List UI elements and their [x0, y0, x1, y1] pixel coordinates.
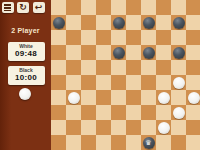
black-man[interactable]	[113, 17, 125, 29]
square-j5	[186, 75, 200, 90]
square-f3	[126, 105, 141, 120]
square-f10[interactable]	[126, 0, 141, 15]
square-a5[interactable]	[51, 75, 66, 90]
black-man[interactable]	[53, 17, 65, 29]
square-j6[interactable]	[186, 60, 200, 75]
square-j2[interactable]	[186, 120, 200, 135]
square-d8[interactable]	[96, 30, 111, 45]
crown-icon: ♛	[143, 138, 155, 148]
square-c1[interactable]	[81, 135, 96, 150]
square-c8	[81, 30, 96, 45]
white-man[interactable]	[188, 92, 200, 104]
turn-indicator-white-piece	[19, 88, 31, 100]
square-d3	[96, 105, 111, 120]
square-h6[interactable]	[156, 60, 171, 75]
square-c4	[81, 90, 96, 105]
square-c10	[81, 0, 96, 15]
square-i3[interactable]	[171, 105, 186, 120]
square-e8	[111, 30, 126, 45]
square-h9	[156, 15, 171, 30]
square-b6[interactable]	[66, 60, 81, 75]
square-e3[interactable]	[111, 105, 126, 120]
square-a6	[51, 60, 66, 75]
square-i5[interactable]	[171, 75, 186, 90]
square-j3	[186, 105, 200, 120]
square-h2[interactable]	[156, 120, 171, 135]
square-b4[interactable]	[66, 90, 81, 105]
square-i10	[171, 0, 186, 15]
square-e10	[111, 0, 126, 15]
restart-button[interactable]: ↻	[17, 2, 29, 14]
square-j7	[186, 45, 200, 60]
square-g2	[141, 120, 156, 135]
square-b10[interactable]	[66, 0, 81, 15]
square-g4	[141, 90, 156, 105]
game-mode-label: 2 Player	[0, 27, 51, 34]
square-d10[interactable]	[96, 0, 111, 15]
square-b3	[66, 105, 81, 120]
black-clock: Black 10:00	[8, 66, 45, 85]
square-g5[interactable]	[141, 75, 156, 90]
black-man[interactable]	[143, 17, 155, 29]
square-b9	[66, 15, 81, 30]
square-a2	[51, 120, 66, 135]
square-e1[interactable]	[111, 135, 126, 150]
square-f2[interactable]	[126, 120, 141, 135]
square-b8[interactable]	[66, 30, 81, 45]
square-c6	[81, 60, 96, 75]
square-b5	[66, 75, 81, 90]
square-i2	[171, 120, 186, 135]
square-a7[interactable]	[51, 45, 66, 60]
restart-icon: ↻	[19, 3, 27, 12]
white-man[interactable]	[173, 77, 185, 89]
black-man[interactable]	[173, 17, 185, 29]
square-g9[interactable]	[141, 15, 156, 30]
square-f1	[126, 135, 141, 150]
undo-icon: ↩	[35, 3, 43, 12]
square-h7	[156, 45, 171, 60]
square-f4[interactable]	[126, 90, 141, 105]
square-i1[interactable]	[171, 135, 186, 150]
square-h5	[156, 75, 171, 90]
white-clock: White 09:48	[8, 42, 45, 61]
square-c5[interactable]	[81, 75, 96, 90]
square-d4[interactable]	[96, 90, 111, 105]
black-man[interactable]	[113, 47, 125, 59]
square-a1[interactable]	[51, 135, 66, 150]
square-i7[interactable]	[171, 45, 186, 60]
square-f9	[126, 15, 141, 30]
square-i8	[171, 30, 186, 45]
checkers-app: ↻ ↩ 2 Player White 09:48 Black 10:00 ♛	[0, 0, 200, 150]
square-g6	[141, 60, 156, 75]
square-j10[interactable]	[186, 0, 200, 15]
square-i4	[171, 90, 186, 105]
square-f8[interactable]	[126, 30, 141, 45]
square-b1	[66, 135, 81, 150]
black-king[interactable]: ♛	[143, 137, 155, 149]
undo-button[interactable]: ↩	[33, 2, 45, 14]
square-b7	[66, 45, 81, 60]
black-man[interactable]	[173, 47, 185, 59]
square-i6	[171, 60, 186, 75]
square-f7	[126, 45, 141, 60]
sidebar: ↻ ↩ 2 Player White 09:48 Black 10:00	[0, 0, 51, 150]
square-a4	[51, 90, 66, 105]
square-h10[interactable]	[156, 0, 171, 15]
square-f5	[126, 75, 141, 90]
square-j8[interactable]	[186, 30, 200, 45]
square-d9	[96, 15, 111, 30]
white-clock-time: 09:48	[8, 49, 45, 58]
square-e5[interactable]	[111, 75, 126, 90]
square-g3[interactable]	[141, 105, 156, 120]
square-e9[interactable]	[111, 15, 126, 30]
square-b2[interactable]	[66, 120, 81, 135]
black-clock-time: 10:00	[8, 73, 45, 82]
square-a10	[51, 0, 66, 15]
square-j1	[186, 135, 200, 150]
white-man[interactable]	[173, 107, 185, 119]
board: ♛	[51, 0, 200, 150]
square-h1	[156, 135, 171, 150]
square-d6[interactable]	[96, 60, 111, 75]
square-j9	[186, 15, 200, 30]
square-c7[interactable]	[81, 45, 96, 60]
square-e4	[111, 90, 126, 105]
square-j4[interactable]	[186, 90, 200, 105]
square-c2	[81, 120, 96, 135]
square-a3[interactable]	[51, 105, 66, 120]
square-h8[interactable]	[156, 30, 171, 45]
square-c3[interactable]	[81, 105, 96, 120]
square-i9[interactable]	[171, 15, 186, 30]
square-h3	[156, 105, 171, 120]
white-man[interactable]	[68, 92, 80, 104]
square-d1	[96, 135, 111, 150]
square-h4[interactable]	[156, 90, 171, 105]
square-f6[interactable]	[126, 60, 141, 75]
white-man[interactable]	[158, 92, 170, 104]
square-d2[interactable]	[96, 120, 111, 135]
square-c9[interactable]	[81, 15, 96, 30]
square-g7[interactable]	[141, 45, 156, 60]
menu-button[interactable]	[2, 2, 14, 14]
square-a9[interactable]	[51, 15, 66, 30]
square-d7	[96, 45, 111, 60]
square-e6	[111, 60, 126, 75]
white-man[interactable]	[158, 122, 170, 134]
square-e7[interactable]	[111, 45, 126, 60]
square-d5	[96, 75, 111, 90]
square-e2	[111, 120, 126, 135]
menu-icon	[4, 4, 11, 12]
square-g1[interactable]: ♛	[141, 135, 156, 150]
square-g10	[141, 0, 156, 15]
square-a8	[51, 30, 66, 45]
square-g8	[141, 30, 156, 45]
black-man[interactable]	[143, 47, 155, 59]
